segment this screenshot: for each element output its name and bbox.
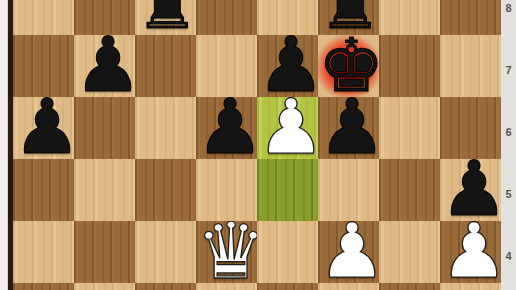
black-king-f7[interactable]: ♚ [318,35,379,97]
square-c7[interactable] [135,35,196,97]
square-b7[interactable]: ♟ [74,35,135,97]
square-f8[interactable]: ♜ [318,0,379,35]
black-pawn-b7[interactable]: ♟ [74,35,135,97]
square-e3[interactable] [257,283,318,290]
black-rook-c8[interactable]: ♜ [135,0,196,35]
square-f5[interactable] [318,159,379,221]
black-pawn-d6[interactable]: ♟ [196,97,257,159]
chess-app-screenshot: ♜♜♟♟♚♟♟♟♟♟♛♟♟ 87654 [0,0,516,290]
square-a8[interactable] [13,0,74,35]
square-e8[interactable] [257,0,318,35]
square-g6[interactable] [379,97,440,159]
square-a7[interactable] [13,35,74,97]
square-a4[interactable] [13,221,74,283]
square-f4[interactable]: ♟ [318,221,379,283]
square-c4[interactable] [135,221,196,283]
white-queen-d4[interactable]: ♛ [196,221,257,283]
black-pawn-f6[interactable]: ♟ [318,97,379,159]
black-rook-f8[interactable]: ♜ [318,0,379,35]
square-c3[interactable] [135,283,196,290]
square-g5[interactable] [379,159,440,221]
square-g4[interactable] [379,221,440,283]
rank-label-5: 5 [501,187,516,201]
square-g8[interactable] [379,0,440,35]
square-e7[interactable]: ♟ [257,35,318,97]
square-e6[interactable]: ♟ [257,97,318,159]
square-b6[interactable] [74,97,135,159]
rank-label-4: 4 [501,249,516,263]
square-c5[interactable] [135,159,196,221]
rank-label-7: 7 [501,63,516,77]
square-f7[interactable]: ♚ [318,35,379,97]
square-h6[interactable] [440,97,501,159]
square-a3[interactable] [13,283,74,290]
square-c6[interactable] [135,97,196,159]
square-h3[interactable] [440,283,501,290]
square-d6[interactable]: ♟ [196,97,257,159]
square-b4[interactable] [74,221,135,283]
square-h8[interactable] [440,0,501,35]
black-pawn-h5[interactable]: ♟ [440,159,501,221]
square-b8[interactable] [74,0,135,35]
rank-coordinates-strip: 87654 [501,0,516,290]
black-pawn-a6[interactable]: ♟ [13,97,74,159]
square-d8[interactable] [196,0,257,35]
square-f6[interactable]: ♟ [318,97,379,159]
square-h5[interactable]: ♟ [440,159,501,221]
square-d4[interactable]: ♛ [196,221,257,283]
square-d7[interactable] [196,35,257,97]
rank-label-6: 6 [501,125,516,139]
square-e5[interactable] [257,159,318,221]
square-h4[interactable]: ♟ [440,221,501,283]
square-c8[interactable]: ♜ [135,0,196,35]
square-d5[interactable] [196,159,257,221]
square-a6[interactable]: ♟ [13,97,74,159]
chess-board: ♜♜♟♟♚♟♟♟♟♟♛♟♟ [13,0,501,290]
square-d3[interactable] [196,283,257,290]
white-pawn-f4[interactable]: ♟ [318,221,379,283]
square-g7[interactable] [379,35,440,97]
black-pawn-e7[interactable]: ♟ [257,35,318,97]
square-h7[interactable] [440,35,501,97]
rank-label-8: 8 [501,1,516,15]
white-pawn-e6[interactable]: ♟ [257,97,318,159]
square-b3[interactable] [74,283,135,290]
white-pawn-h4[interactable]: ♟ [440,221,501,283]
square-b5[interactable] [74,159,135,221]
page-background-left [0,0,8,290]
square-g3[interactable] [379,283,440,290]
square-e4[interactable] [257,221,318,283]
square-a5[interactable] [13,159,74,221]
square-f3[interactable] [318,283,379,290]
